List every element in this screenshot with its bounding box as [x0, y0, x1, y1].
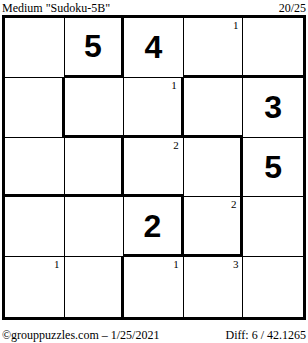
corner-mark: 2 — [173, 139, 179, 151]
cell-r5c5[interactable] — [243, 257, 303, 317]
copyright-text: ©grouppuzzles.com – 1/25/2021 — [2, 328, 159, 342]
given-digit: 5 — [264, 151, 282, 183]
given-digit: 2 — [144, 210, 162, 242]
cell-r3c2[interactable] — [65, 138, 125, 198]
cell-r2c2[interactable] — [65, 78, 125, 138]
cell-r1c3[interactable]: 4 — [124, 18, 184, 78]
cell-r4c2[interactable] — [65, 197, 125, 257]
cell-r2c1[interactable] — [5, 78, 65, 138]
sudoku-grid: 541132522113 — [2, 15, 306, 320]
given-digit: 4 — [145, 31, 163, 63]
corner-mark: 1 — [54, 258, 60, 270]
puzzle-counter: 20/25 — [279, 1, 306, 15]
cell-r1c4[interactable]: 1 — [184, 18, 244, 78]
given-digit: 5 — [84, 30, 102, 62]
cell-r3c3[interactable]: 2 — [124, 138, 184, 198]
cell-r4c3[interactable]: 2 — [124, 197, 184, 257]
difficulty-text: Diff: 6 / 42.1265 — [226, 328, 306, 342]
cell-r5c1[interactable]: 1 — [5, 257, 65, 317]
cell-r1c2[interactable]: 5 — [65, 18, 125, 78]
corner-mark: 2 — [231, 198, 237, 210]
corner-mark: 1 — [233, 19, 239, 31]
given-digit: 3 — [264, 91, 282, 123]
cell-r4c4[interactable]: 2 — [184, 197, 244, 257]
corner-mark: 3 — [233, 258, 239, 270]
cell-r1c5[interactable] — [243, 18, 303, 78]
cell-r3c5[interactable]: 5 — [243, 138, 303, 198]
cell-r4c5[interactable] — [243, 197, 303, 257]
corner-mark: 1 — [171, 79, 177, 91]
cell-r4c1[interactable] — [5, 197, 65, 257]
cell-r5c2[interactable] — [65, 257, 125, 317]
cell-r2c3[interactable]: 1 — [124, 78, 184, 138]
cell-r3c4[interactable] — [184, 138, 244, 198]
cell-r2c5[interactable]: 3 — [243, 78, 303, 138]
page-title: Medium "Sudoku-5B" — [2, 1, 110, 15]
cell-r5c4[interactable]: 3 — [184, 257, 244, 317]
corner-mark: 1 — [173, 258, 179, 270]
puzzle-page: Medium "Sudoku-5B" 20/25 541132522113 ©g… — [0, 0, 308, 343]
header: Medium "Sudoku-5B" 20/25 — [0, 0, 308, 15]
cell-r3c1[interactable] — [5, 138, 65, 198]
cell-r5c3[interactable]: 1 — [124, 257, 184, 317]
footer: ©grouppuzzles.com – 1/25/2021 Diff: 6 / … — [0, 328, 308, 342]
cell-r1c1[interactable] — [5, 18, 65, 78]
cell-r2c4[interactable] — [184, 78, 244, 138]
